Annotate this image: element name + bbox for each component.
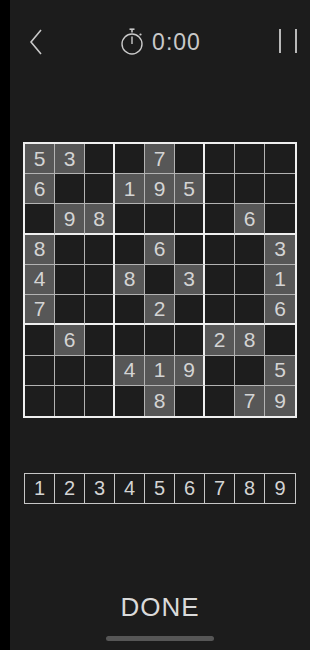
digit-button-5[interactable]: 5 (145, 474, 175, 503)
cell-r1c4[interactable] (115, 144, 145, 174)
cell-r7c4[interactable] (115, 325, 145, 355)
cell-r5c8[interactable] (235, 265, 265, 295)
cell-r8c7[interactable] (205, 356, 235, 386)
cell-r1c2[interactable]: 3 (55, 144, 85, 174)
cell-r8c1[interactable] (25, 356, 55, 386)
timer: 0:00 (10, 26, 310, 58)
header-bar: 0:00 (10, 26, 310, 58)
cell-r5c9[interactable]: 1 (265, 265, 295, 295)
cell-r6c4[interactable] (115, 295, 145, 325)
cell-r7c1[interactable] (25, 325, 55, 355)
cell-r9c5[interactable]: 8 (145, 386, 175, 416)
stopwatch-icon (119, 28, 145, 56)
cell-r2c5[interactable]: 9 (145, 174, 175, 204)
digit-button-8[interactable]: 8 (235, 474, 265, 503)
cell-r3c7[interactable] (205, 204, 235, 234)
number-picker: 123456789 (24, 473, 296, 504)
cell-r6c2[interactable] (55, 295, 85, 325)
cell-r7c7[interactable]: 2 (205, 325, 235, 355)
cell-r4c8[interactable] (235, 235, 265, 265)
cell-r5c1[interactable]: 4 (25, 265, 55, 295)
cell-r3c6[interactable] (175, 204, 205, 234)
cell-r4c9[interactable]: 3 (265, 235, 295, 265)
cell-r5c6[interactable]: 3 (175, 265, 205, 295)
digit-button-1[interactable]: 1 (25, 474, 55, 503)
digit-button-6[interactable]: 6 (175, 474, 205, 503)
cell-r5c7[interactable] (205, 265, 235, 295)
cell-r8c9[interactable]: 5 (265, 356, 295, 386)
cell-r2c8[interactable] (235, 174, 265, 204)
cell-r4c2[interactable] (55, 235, 85, 265)
cell-r2c7[interactable] (205, 174, 235, 204)
done-button[interactable]: DONE (10, 592, 310, 623)
cell-r7c8[interactable]: 8 (235, 325, 265, 355)
digit-button-3[interactable]: 3 (85, 474, 115, 503)
cell-r7c6[interactable] (175, 325, 205, 355)
cell-r7c9[interactable] (265, 325, 295, 355)
pause-icon (279, 29, 281, 53)
cell-r4c1[interactable]: 8 (25, 235, 55, 265)
cell-r9c4[interactable] (115, 386, 145, 416)
digit-button-4[interactable]: 4 (115, 474, 145, 503)
cell-r8c8[interactable] (235, 356, 265, 386)
cell-r9c9[interactable]: 9 (265, 386, 295, 416)
home-indicator[interactable] (106, 636, 214, 641)
cell-r8c2[interactable] (55, 356, 85, 386)
sudoku-board: 537619598686348317266284195879 (23, 142, 297, 418)
cell-r8c6[interactable]: 9 (175, 356, 205, 386)
pause-icon (295, 29, 297, 53)
cell-r6c1[interactable]: 7 (25, 295, 55, 325)
cell-r9c7[interactable] (205, 386, 235, 416)
cell-r9c8[interactable]: 7 (235, 386, 265, 416)
cell-r1c3[interactable] (85, 144, 115, 174)
cell-r6c7[interactable] (205, 295, 235, 325)
cell-r6c3[interactable] (85, 295, 115, 325)
cell-r7c2[interactable]: 6 (55, 325, 85, 355)
cell-r7c3[interactable] (85, 325, 115, 355)
cell-r6c8[interactable] (235, 295, 265, 325)
cell-r3c4[interactable] (115, 204, 145, 234)
cell-r5c2[interactable] (55, 265, 85, 295)
cell-r2c6[interactable]: 5 (175, 174, 205, 204)
cell-r1c1[interactable]: 5 (25, 144, 55, 174)
cell-r3c9[interactable] (265, 204, 295, 234)
cell-r5c4[interactable]: 8 (115, 265, 145, 295)
cell-r9c1[interactable] (25, 386, 55, 416)
cell-r4c3[interactable] (85, 235, 115, 265)
cell-r8c5[interactable]: 1 (145, 356, 175, 386)
cell-r3c3[interactable]: 8 (85, 204, 115, 234)
cell-r6c6[interactable] (175, 295, 205, 325)
cell-r1c6[interactable] (175, 144, 205, 174)
cell-r8c4[interactable]: 4 (115, 356, 145, 386)
cell-r9c3[interactable] (85, 386, 115, 416)
timer-text: 0:00 (152, 29, 201, 56)
pause-button[interactable] (279, 29, 297, 55)
digit-button-9[interactable]: 9 (265, 474, 295, 503)
cell-r2c4[interactable]: 1 (115, 174, 145, 204)
cell-r4c7[interactable] (205, 235, 235, 265)
cell-r3c8[interactable]: 6 (235, 204, 265, 234)
cell-r4c5[interactable]: 6 (145, 235, 175, 265)
cell-r5c3[interactable] (85, 265, 115, 295)
cell-r6c5[interactable]: 2 (145, 295, 175, 325)
cell-r3c1[interactable] (25, 204, 55, 234)
cell-r9c6[interactable] (175, 386, 205, 416)
cell-r2c3[interactable] (85, 174, 115, 204)
cell-r9c2[interactable] (55, 386, 85, 416)
cell-r1c5[interactable]: 7 (145, 144, 175, 174)
cell-r7c5[interactable] (145, 325, 175, 355)
cell-r1c9[interactable] (265, 144, 295, 174)
cell-r2c9[interactable] (265, 174, 295, 204)
cell-r3c2[interactable]: 9 (55, 204, 85, 234)
cell-r2c2[interactable] (55, 174, 85, 204)
cell-r8c3[interactable] (85, 356, 115, 386)
cell-r1c7[interactable] (205, 144, 235, 174)
cell-r1c8[interactable] (235, 144, 265, 174)
cell-r4c4[interactable] (115, 235, 145, 265)
sudoku-app-screen: 0:00 537619598686348317266284195879 1234… (10, 0, 310, 650)
cell-r4c6[interactable] (175, 235, 205, 265)
cell-r6c9[interactable]: 6 (265, 295, 295, 325)
cell-r3c5[interactable] (145, 204, 175, 234)
digit-button-7[interactable]: 7 (205, 474, 235, 503)
cell-r2c1[interactable]: 6 (25, 174, 55, 204)
cell-r5c5[interactable] (145, 265, 175, 295)
digit-button-2[interactable]: 2 (55, 474, 85, 503)
